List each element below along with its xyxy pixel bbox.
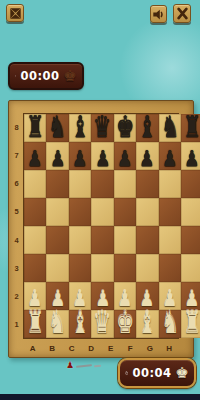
rank-label-5: 5 — [11, 198, 22, 226]
black-knight-g8[interactable]: ♞ — [161, 111, 179, 141]
board-squares: ♜♞♝♛♚♝♞♜♟♟♟♟♟♟♟♟♟♟♟♟♟♟♟♟♜♞♝♛♚♝♞♜ — [23, 113, 179, 339]
square-h1[interactable]: ♜ — [181, 310, 200, 338]
square-b3[interactable] — [46, 254, 68, 282]
file-labels: ABCDEFGH — [23, 342, 179, 355]
square-g4[interactable] — [159, 226, 181, 254]
app-screen: 00:00 ♚ 87654321 87654321 ♜♞♝♛♚♝♞♜♟♟♟♟♟♟… — [0, 0, 200, 400]
square-a7[interactable]: ♟ — [24, 142, 46, 170]
square-e4[interactable] — [114, 226, 136, 254]
square-g7[interactable]: ♟ — [159, 142, 181, 170]
black-pawn-d7[interactable]: ♟ — [95, 147, 110, 169]
white-queen-d1[interactable]: ♛ — [94, 307, 112, 337]
black-queen-d8[interactable]: ♛ — [94, 111, 112, 141]
black-rook-h8[interactable]: ♜ — [183, 111, 200, 141]
white-king-e1[interactable]: ♚ — [116, 307, 134, 337]
rank-label-7: 7 — [11, 141, 22, 169]
square-e5[interactable] — [114, 198, 136, 226]
captured-pawn-marker: ♟ — [66, 361, 101, 370]
close-button[interactable] — [173, 4, 191, 23]
square-g6[interactable] — [159, 170, 181, 198]
rank-label-2: 2 — [11, 283, 22, 311]
scribble-line-2 — [94, 364, 101, 366]
file-label-d: D — [82, 342, 102, 355]
square-a3[interactable] — [24, 254, 46, 282]
black-rook-a8[interactable]: ♜ — [26, 111, 44, 141]
square-g5[interactable] — [159, 198, 181, 226]
file-label-b: B — [43, 342, 63, 355]
square-b4[interactable] — [46, 226, 68, 254]
square-e8[interactable]: ♚ — [114, 114, 136, 142]
speaker-icon — [152, 8, 165, 21]
square-f5[interactable] — [136, 198, 158, 226]
square-h4[interactable] — [181, 226, 200, 254]
square-f4[interactable] — [136, 226, 158, 254]
bottom-bar — [0, 394, 200, 400]
stopwatch-icon — [15, 68, 16, 84]
square-a1[interactable]: ♜ — [24, 310, 46, 338]
square-b7[interactable]: ♟ — [46, 142, 68, 170]
square-d5[interactable] — [91, 198, 113, 226]
square-f3[interactable] — [136, 254, 158, 282]
rank-label-6: 6 — [11, 170, 22, 198]
square-g8[interactable]: ♞ — [159, 114, 181, 142]
black-pawn-a7[interactable]: ♟ — [28, 147, 43, 169]
rank-label-1: 1 — [11, 311, 22, 339]
chess-board: 87654321 87654321 ♜♞♝♛♚♝♞♜♟♟♟♟♟♟♟♟♟♟♟♟♟♟… — [8, 100, 194, 358]
file-label-f: F — [121, 342, 141, 355]
rank-label-3: 3 — [11, 254, 22, 282]
square-f1[interactable]: ♝ — [136, 310, 158, 338]
square-h6[interactable] — [181, 170, 200, 198]
stopwatch-icon — [125, 365, 128, 381]
file-label-g: G — [140, 342, 160, 355]
square-f6[interactable] — [136, 170, 158, 198]
black-pawn-c7[interactable]: ♟ — [72, 147, 87, 169]
square-a5[interactable] — [24, 198, 46, 226]
white-rook-h1[interactable]: ♜ — [183, 307, 200, 337]
black-pawn-b7[interactable]: ♟ — [50, 147, 65, 169]
square-h5[interactable] — [181, 198, 200, 226]
black-pawn-f7[interactable]: ♟ — [140, 147, 155, 169]
white-bishop-c1[interactable]: ♝ — [71, 307, 89, 337]
square-h7[interactable]: ♟ — [181, 142, 200, 170]
close-x-icon — [176, 7, 189, 20]
black-king-icon: ♚ — [64, 69, 77, 84]
square-g1[interactable]: ♞ — [159, 310, 181, 338]
opponent-time: 00:00 — [20, 69, 59, 83]
square-b6[interactable] — [46, 170, 68, 198]
white-bishop-f1[interactable]: ♝ — [138, 307, 156, 337]
scribble-line — [76, 364, 92, 367]
square-a4[interactable] — [24, 226, 46, 254]
square-d6[interactable] — [91, 170, 113, 198]
square-d8[interactable]: ♛ — [91, 114, 113, 142]
square-e6[interactable] — [114, 170, 136, 198]
white-king-icon: ♚ — [176, 366, 189, 381]
file-label-e: E — [101, 342, 121, 355]
file-label-h: H — [160, 342, 180, 355]
file-label-c: C — [62, 342, 82, 355]
white-knight-b1[interactable]: ♞ — [49, 307, 67, 337]
square-a8[interactable]: ♜ — [24, 114, 46, 142]
white-knight-g1[interactable]: ♞ — [161, 307, 179, 337]
black-bishop-c8[interactable]: ♝ — [71, 111, 89, 141]
black-pawn-g7[interactable]: ♟ — [162, 147, 177, 169]
white-rook-a1[interactable]: ♜ — [26, 307, 44, 337]
black-bishop-f8[interactable]: ♝ — [138, 111, 156, 141]
square-e7[interactable]: ♟ — [114, 142, 136, 170]
square-d3[interactable] — [91, 254, 113, 282]
sound-button[interactable] — [150, 5, 167, 23]
rank-label-8: 8 — [11, 113, 22, 141]
square-e3[interactable] — [114, 254, 136, 282]
square-c3[interactable] — [69, 254, 91, 282]
square-b5[interactable] — [46, 198, 68, 226]
square-h8[interactable]: ♜ — [181, 114, 200, 142]
fullscreen-button[interactable] — [6, 4, 24, 22]
square-d1[interactable]: ♛ — [91, 310, 113, 338]
black-king-e8[interactable]: ♚ — [116, 111, 134, 141]
square-g3[interactable] — [159, 254, 181, 282]
square-c7[interactable]: ♟ — [69, 142, 91, 170]
square-c1[interactable]: ♝ — [69, 310, 91, 338]
square-c6[interactable] — [69, 170, 91, 198]
square-h3[interactable] — [181, 254, 200, 282]
square-c4[interactable] — [69, 226, 91, 254]
square-b1[interactable]: ♞ — [46, 310, 68, 338]
mini-pawn-icon: ♟ — [66, 361, 74, 370]
rank-labels-left: 87654321 — [11, 113, 22, 339]
square-b8[interactable]: ♞ — [46, 114, 68, 142]
rank-label-4: 4 — [11, 226, 22, 254]
square-d7[interactable]: ♟ — [91, 142, 113, 170]
opponent-timer: 00:00 ♚ — [8, 62, 84, 90]
resize-arrows-icon — [9, 7, 22, 20]
square-c5[interactable] — [69, 198, 91, 226]
square-d4[interactable] — [91, 226, 113, 254]
square-a6[interactable] — [24, 170, 46, 198]
black-knight-b8[interactable]: ♞ — [49, 111, 67, 141]
square-e1[interactable]: ♚ — [114, 310, 136, 338]
square-c8[interactable]: ♝ — [69, 114, 91, 142]
square-f8[interactable]: ♝ — [136, 114, 158, 142]
file-label-a: A — [23, 342, 43, 355]
black-pawn-e7[interactable]: ♟ — [117, 147, 132, 169]
square-f7[interactable]: ♟ — [136, 142, 158, 170]
black-pawn-h7[interactable]: ♟ — [185, 147, 200, 169]
player-time: 00:04 — [132, 366, 171, 380]
player-timer: 00:04 ♚ — [118, 358, 196, 388]
